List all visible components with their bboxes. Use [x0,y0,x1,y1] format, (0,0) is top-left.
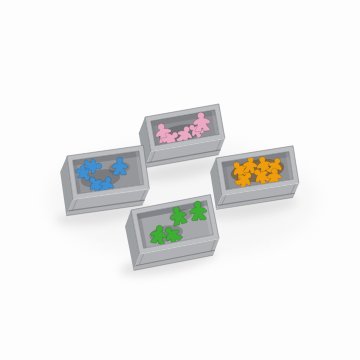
tray-blue [58,145,151,215]
scene [0,0,360,360]
product-photo [0,0,360,360]
